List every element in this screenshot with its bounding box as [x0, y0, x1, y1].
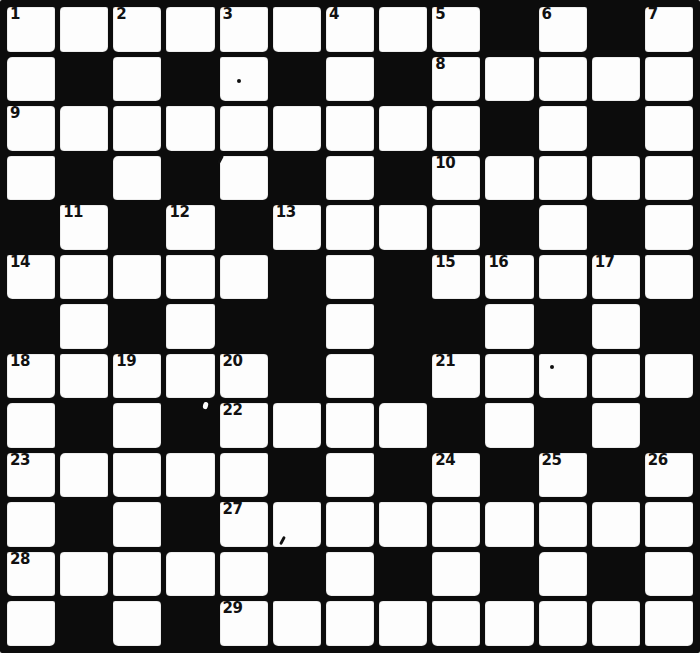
clue-number-21: 21 — [435, 353, 455, 370]
cell-r11c7[interactable] — [326, 502, 374, 547]
cell-r3c5[interactable] — [220, 106, 268, 151]
cell-r11c1[interactable] — [7, 502, 55, 547]
cell-r13c13[interactable] — [645, 601, 693, 646]
clue-number-13: 13 — [276, 204, 296, 221]
black-cell-r10c6 — [273, 453, 321, 498]
black-cell-r7c6 — [273, 304, 321, 349]
crossword-board: 1234567891011121314151617181920212223242… — [0, 0, 700, 653]
cell-r4c10[interactable] — [485, 156, 533, 201]
black-cell-r4c6 — [273, 156, 321, 201]
cell-r6c7[interactable] — [326, 255, 374, 300]
cell-r12c7[interactable] — [326, 552, 374, 597]
cell-r9c6[interactable] — [273, 403, 321, 448]
clue-number-27: 27 — [223, 501, 243, 518]
cell-r7c10[interactable] — [485, 304, 533, 349]
cell-r11c5[interactable]: 27 — [220, 502, 268, 547]
cell-r11c11[interactable] — [539, 502, 587, 547]
black-cell-r7c3 — [113, 304, 161, 349]
cell-r7c12[interactable] — [592, 304, 640, 349]
black-cell-r6c8 — [379, 255, 427, 300]
cell-r13c8[interactable] — [379, 601, 427, 646]
black-cell-r8c8 — [379, 354, 427, 399]
black-cell-r4c2 — [60, 156, 108, 201]
cell-r5c2[interactable]: 11 — [60, 205, 108, 250]
clue-number-11: 11 — [63, 204, 83, 221]
cell-r8c7[interactable] — [326, 354, 374, 399]
clue-number-7: 7 — [648, 6, 658, 23]
cell-r12c9[interactable] — [432, 552, 480, 597]
cell-r3c11[interactable] — [539, 106, 587, 151]
black-cell-r9c9 — [432, 403, 480, 448]
cell-r3c8[interactable] — [379, 106, 427, 151]
cell-r10c7[interactable] — [326, 453, 374, 498]
cell-r7c7[interactable] — [326, 304, 374, 349]
cell-r9c8[interactable] — [379, 403, 427, 448]
cell-r2c3[interactable] — [113, 57, 161, 102]
cell-r8c1[interactable]: 18 — [7, 354, 55, 399]
cell-r11c8[interactable] — [379, 502, 427, 547]
cell-r4c13[interactable] — [645, 156, 693, 201]
cell-r2c11[interactable] — [539, 57, 587, 102]
cell-r5c11[interactable] — [539, 205, 587, 250]
black-cell-r1c10 — [485, 7, 533, 52]
clue-number-1: 1 — [10, 6, 20, 23]
black-cell-r2c6 — [273, 57, 321, 102]
cell-r10c9[interactable]: 24 — [432, 453, 480, 498]
black-cell-r11c4 — [166, 502, 214, 547]
cell-r9c3[interactable] — [113, 403, 161, 448]
cell-r1c3[interactable]: 2 — [113, 7, 161, 52]
black-cell-r7c8 — [379, 304, 427, 349]
clue-number-15: 15 — [435, 254, 455, 271]
clue-number-8: 8 — [435, 56, 445, 73]
black-cell-r5c5 — [220, 205, 268, 250]
cell-r5c13[interactable] — [645, 205, 693, 250]
cell-r3c1[interactable]: 9 — [7, 106, 55, 151]
cell-r12c3[interactable] — [113, 552, 161, 597]
cell-r1c7[interactable]: 4 — [326, 7, 374, 52]
black-cell-r5c12 — [592, 205, 640, 250]
black-cell-r12c12 — [592, 552, 640, 597]
clue-number-5: 5 — [435, 6, 445, 23]
cell-r4c12[interactable] — [592, 156, 640, 201]
clue-number-16: 16 — [488, 254, 508, 271]
cell-r10c1[interactable]: 23 — [7, 453, 55, 498]
cell-r10c3[interactable] — [113, 453, 161, 498]
black-cell-r7c9 — [432, 304, 480, 349]
cell-r11c6[interactable] — [273, 502, 321, 547]
cell-r4c11[interactable] — [539, 156, 587, 201]
black-cell-r7c13 — [645, 304, 693, 349]
cell-r1c6[interactable] — [273, 7, 321, 52]
cell-r5c8[interactable] — [379, 205, 427, 250]
black-cell-r2c4 — [166, 57, 214, 102]
cell-r9c10[interactable] — [485, 403, 533, 448]
cell-r13c11[interactable] — [539, 601, 587, 646]
black-cell-r3c10 — [485, 106, 533, 151]
cell-r11c9[interactable] — [432, 502, 480, 547]
cell-r8c5[interactable]: 20 — [220, 354, 268, 399]
cell-r10c13[interactable]: 26 — [645, 453, 693, 498]
cell-r6c3[interactable] — [113, 255, 161, 300]
cell-r8c11[interactable] — [539, 354, 587, 399]
cell-r2c7[interactable] — [326, 57, 374, 102]
cell-r2c10[interactable] — [485, 57, 533, 102]
black-cell-r9c11 — [539, 403, 587, 448]
cell-r10c11[interactable]: 25 — [539, 453, 587, 498]
cell-r8c12[interactable] — [592, 354, 640, 399]
black-cell-r2c8 — [379, 57, 427, 102]
clue-number-29: 29 — [223, 600, 243, 617]
cell-r13c6[interactable] — [273, 601, 321, 646]
cell-r2c9[interactable]: 8 — [432, 57, 480, 102]
black-cell-r7c5 — [220, 304, 268, 349]
cell-r13c3[interactable] — [113, 601, 161, 646]
clue-number-3: 3 — [223, 6, 233, 23]
cell-r6c9[interactable]: 15 — [432, 255, 480, 300]
cell-r10c4[interactable] — [166, 453, 214, 498]
cell-r1c13[interactable]: 7 — [645, 7, 693, 52]
cell-r3c7[interactable] — [326, 106, 374, 151]
cell-r8c2[interactable] — [60, 354, 108, 399]
cell-r6c10[interactable]: 16 — [485, 255, 533, 300]
black-cell-r12c6 — [273, 552, 321, 597]
cell-r2c1[interactable] — [7, 57, 55, 102]
cell-r9c5[interactable]: 22 — [220, 403, 268, 448]
black-cell-r9c4 — [166, 403, 214, 448]
black-cell-r5c10 — [485, 205, 533, 250]
black-cell-r9c13 — [645, 403, 693, 448]
cell-r12c5[interactable] — [220, 552, 268, 597]
cell-r8c13[interactable] — [645, 354, 693, 399]
cell-r6c5[interactable] — [220, 255, 268, 300]
black-cell-r8c6 — [273, 354, 321, 399]
cell-r1c11[interactable]: 6 — [539, 7, 587, 52]
black-cell-r7c1 — [7, 304, 55, 349]
cell-r3c6[interactable] — [273, 106, 321, 151]
black-cell-r12c8 — [379, 552, 427, 597]
cell-r13c9[interactable] — [432, 601, 480, 646]
black-cell-r13c2 — [60, 601, 108, 646]
cell-r8c10[interactable] — [485, 354, 533, 399]
cell-r11c3[interactable] — [113, 502, 161, 547]
black-cell-r7c11 — [539, 304, 587, 349]
cell-r1c5[interactable]: 3 — [220, 7, 268, 52]
cell-r3c2[interactable] — [60, 106, 108, 151]
clue-number-20: 20 — [223, 353, 243, 370]
black-cell-r10c10 — [485, 453, 533, 498]
cell-r5c6[interactable]: 13 — [273, 205, 321, 250]
clue-number-22: 22 — [223, 402, 243, 419]
clue-number-14: 14 — [10, 254, 30, 271]
black-cell-r6c6 — [273, 255, 321, 300]
cell-r4c3[interactable] — [113, 156, 161, 201]
cell-r3c4[interactable] — [166, 106, 214, 151]
cell-r10c2[interactable] — [60, 453, 108, 498]
cell-r6c1[interactable]: 14 — [7, 255, 55, 300]
cell-r5c7[interactable] — [326, 205, 374, 250]
cell-r6c4[interactable] — [166, 255, 214, 300]
cell-r4c7[interactable] — [326, 156, 374, 201]
cell-r5c9[interactable] — [432, 205, 480, 250]
clue-number-26: 26 — [648, 452, 668, 469]
cell-r3c3[interactable] — [113, 106, 161, 151]
black-cell-r4c8 — [379, 156, 427, 201]
black-cell-r10c12 — [592, 453, 640, 498]
clue-number-23: 23 — [10, 452, 30, 469]
clue-number-12: 12 — [169, 204, 189, 221]
cell-r12c13[interactable] — [645, 552, 693, 597]
cell-r1c9[interactable]: 5 — [432, 7, 480, 52]
clue-number-18: 18 — [10, 353, 30, 370]
cell-r12c2[interactable] — [60, 552, 108, 597]
black-cell-r5c1 — [7, 205, 55, 250]
cell-r8c4[interactable] — [166, 354, 214, 399]
cell-r4c1[interactable] — [7, 156, 55, 201]
cell-r1c2[interactable] — [60, 7, 108, 52]
cell-r13c7[interactable] — [326, 601, 374, 646]
cell-r11c12[interactable] — [592, 502, 640, 547]
cell-r9c7[interactable] — [326, 403, 374, 448]
cell-r11c13[interactable] — [645, 502, 693, 547]
cell-r2c13[interactable] — [645, 57, 693, 102]
clue-number-6: 6 — [542, 6, 552, 23]
cell-r4c5[interactable] — [220, 156, 268, 201]
cell-r13c5[interactable]: 29 — [220, 601, 268, 646]
cell-r12c1[interactable]: 28 — [7, 552, 55, 597]
cell-r13c10[interactable] — [485, 601, 533, 646]
clue-number-24: 24 — [435, 452, 455, 469]
black-cell-r2c2 — [60, 57, 108, 102]
cell-r5c4[interactable]: 12 — [166, 205, 214, 250]
cell-r6c13[interactable] — [645, 255, 693, 300]
clue-number-19: 19 — [116, 353, 136, 370]
clue-number-10: 10 — [435, 155, 455, 172]
cell-r13c1[interactable] — [7, 601, 55, 646]
cell-r12c11[interactable] — [539, 552, 587, 597]
cell-r6c12[interactable]: 17 — [592, 255, 640, 300]
black-cell-r13c4 — [166, 601, 214, 646]
clue-number-28: 28 — [10, 551, 30, 568]
black-cell-r3c12 — [592, 106, 640, 151]
clue-number-2: 2 — [116, 6, 126, 23]
clue-number-25: 25 — [542, 452, 562, 469]
cell-r1c4[interactable] — [166, 7, 214, 52]
cell-r10c5[interactable] — [220, 453, 268, 498]
cell-r1c8[interactable] — [379, 7, 427, 52]
black-cell-r9c2 — [60, 403, 108, 448]
clue-number-17: 17 — [595, 254, 615, 271]
clue-number-4: 4 — [329, 6, 339, 23]
cell-r3c9[interactable] — [432, 106, 480, 151]
cell-r7c4[interactable] — [166, 304, 214, 349]
cell-r9c1[interactable] — [7, 403, 55, 448]
cell-r8c9[interactable]: 21 — [432, 354, 480, 399]
cell-r9c12[interactable] — [592, 403, 640, 448]
cell-r8c3[interactable]: 19 — [113, 354, 161, 399]
cell-r6c11[interactable] — [539, 255, 587, 300]
cell-r1c1[interactable]: 1 — [7, 7, 55, 52]
cell-r12c4[interactable] — [166, 552, 214, 597]
clue-number-9: 9 — [10, 105, 20, 122]
black-cell-r11c2 — [60, 502, 108, 547]
cell-r7c2[interactable] — [60, 304, 108, 349]
cell-r4c9[interactable]: 10 — [432, 156, 480, 201]
black-cell-r10c8 — [379, 453, 427, 498]
cell-r13c12[interactable] — [592, 601, 640, 646]
black-cell-r4c4 — [166, 156, 214, 201]
black-cell-r1c12 — [592, 7, 640, 52]
cell-r11c10[interactable] — [485, 502, 533, 547]
black-cell-r5c3 — [113, 205, 161, 250]
black-cell-r12c10 — [485, 552, 533, 597]
cell-r2c5[interactable] — [220, 57, 268, 102]
cell-r6c2[interactable] — [60, 255, 108, 300]
cell-r2c12[interactable] — [592, 57, 640, 102]
cell-r3c13[interactable] — [645, 106, 693, 151]
